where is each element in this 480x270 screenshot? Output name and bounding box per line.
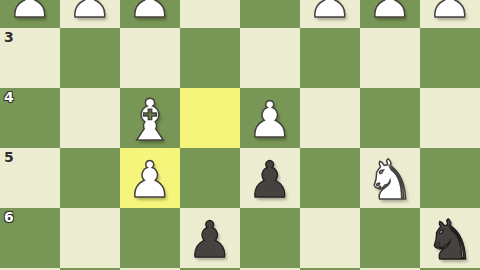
square-b2[interactable]: ♟: [360, 0, 420, 28]
square-a5[interactable]: [420, 148, 480, 208]
square-e3[interactable]: [180, 28, 240, 88]
square-h3[interactable]: 3: [0, 28, 60, 88]
white-bishop-f4[interactable]: ♝: [120, 90, 180, 150]
black-pawn-d5[interactable]: ♟: [240, 150, 300, 210]
square-f4[interactable]: ♝: [120, 88, 180, 148]
square-a3[interactable]: [420, 28, 480, 88]
square-c4[interactable]: [300, 88, 360, 148]
square-a2[interactable]: ♟: [420, 0, 480, 28]
rank-label-6: 6: [4, 209, 14, 225]
square-g2[interactable]: ♟: [60, 0, 120, 28]
square-d3[interactable]: [240, 28, 300, 88]
square-b3[interactable]: [360, 28, 420, 88]
square-e4[interactable]: [180, 88, 240, 148]
square-b4[interactable]: [360, 88, 420, 148]
chess-board-viewport: ♟♟♟♟♟♟34♝♟5♟♟♞6♟♞: [0, 0, 480, 270]
rank-label-4: 4: [4, 89, 14, 105]
square-h5[interactable]: 5: [0, 148, 60, 208]
rank-label-3: 3: [4, 29, 14, 45]
white-pawn-f2[interactable]: ♟: [120, 0, 180, 30]
square-a4[interactable]: [420, 88, 480, 148]
square-f6[interactable]: [120, 208, 180, 268]
square-c5[interactable]: [300, 148, 360, 208]
square-d6[interactable]: [240, 208, 300, 268]
white-pawn-h2[interactable]: ♟: [0, 0, 60, 30]
square-e2[interactable]: [180, 0, 240, 28]
square-d4[interactable]: ♟: [240, 88, 300, 148]
square-e5[interactable]: [180, 148, 240, 208]
rank-label-5: 5: [4, 149, 14, 165]
square-b5[interactable]: ♞: [360, 148, 420, 208]
square-d5[interactable]: ♟: [240, 148, 300, 208]
chess-board: ♟♟♟♟♟♟34♝♟5♟♟♞6♟♞: [0, 0, 480, 270]
square-h6[interactable]: 6: [0, 208, 60, 268]
white-pawn-d4[interactable]: ♟: [240, 90, 300, 150]
square-d2[interactable]: [240, 0, 300, 28]
square-g5[interactable]: [60, 148, 120, 208]
square-c6[interactable]: [300, 208, 360, 268]
black-pawn-e6[interactable]: ♟: [180, 210, 240, 270]
white-pawn-c2[interactable]: ♟: [300, 0, 360, 30]
white-pawn-b2[interactable]: ♟: [360, 0, 420, 30]
square-f5[interactable]: ♟: [120, 148, 180, 208]
white-pawn-a2[interactable]: ♟: [420, 0, 480, 30]
square-h4[interactable]: 4: [0, 88, 60, 148]
square-c2[interactable]: ♟: [300, 0, 360, 28]
white-pawn-f5[interactable]: ♟: [120, 150, 180, 210]
square-b6[interactable]: [360, 208, 420, 268]
square-f2[interactable]: ♟: [120, 0, 180, 28]
square-e6[interactable]: ♟: [180, 208, 240, 268]
white-knight-b5[interactable]: ♞: [360, 150, 420, 210]
square-h2[interactable]: ♟: [0, 0, 60, 28]
square-c3[interactable]: [300, 28, 360, 88]
square-g6[interactable]: [60, 208, 120, 268]
square-g3[interactable]: [60, 28, 120, 88]
square-g4[interactable]: [60, 88, 120, 148]
black-knight-a6[interactable]: ♞: [420, 210, 480, 270]
square-a6[interactable]: ♞: [420, 208, 480, 268]
square-f3[interactable]: [120, 28, 180, 88]
white-pawn-g2[interactable]: ♟: [60, 0, 120, 30]
